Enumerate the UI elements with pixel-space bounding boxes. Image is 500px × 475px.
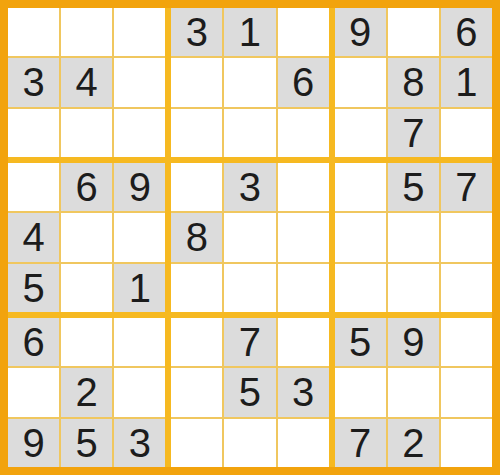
cell-r2c4[interactable]	[171, 58, 222, 106]
cell-r7c4[interactable]	[171, 318, 222, 366]
cell-r6c2[interactable]	[61, 264, 112, 312]
cell-r3c8: 7	[388, 109, 439, 157]
cell-r5c9[interactable]	[441, 213, 492, 261]
box-5: 38	[171, 163, 328, 312]
cell-r4c9: 7	[441, 163, 492, 211]
cell-r1c5: 1	[224, 8, 275, 56]
cell-r7c7: 5	[335, 318, 386, 366]
cell-r9c4[interactable]	[171, 419, 222, 467]
cell-r5c1: 4	[8, 213, 59, 261]
cell-r9c3: 3	[114, 419, 165, 467]
cell-r8c2: 2	[61, 368, 112, 416]
cell-r6c1: 5	[8, 264, 59, 312]
cell-r4c1[interactable]	[8, 163, 59, 211]
cell-r5c5[interactable]	[224, 213, 275, 261]
cell-r4c7[interactable]	[335, 163, 386, 211]
cell-r9c7: 7	[335, 419, 386, 467]
cell-r3c3[interactable]	[114, 109, 165, 157]
cell-r2c7[interactable]	[335, 58, 386, 106]
cell-r8c7[interactable]	[335, 368, 386, 416]
cell-r4c6[interactable]	[278, 163, 329, 211]
sudoku-board: 3431696817694513857629537535972	[0, 0, 500, 475]
box-7: 62953	[8, 318, 165, 467]
cell-r7c9[interactable]	[441, 318, 492, 366]
cell-r8c4[interactable]	[171, 368, 222, 416]
cell-r9c1: 9	[8, 419, 59, 467]
cell-r7c3[interactable]	[114, 318, 165, 366]
cell-r1c7: 9	[335, 8, 386, 56]
cell-r6c8[interactable]	[388, 264, 439, 312]
cell-r5c6[interactable]	[278, 213, 329, 261]
cell-r4c4[interactable]	[171, 163, 222, 211]
cell-r3c1[interactable]	[8, 109, 59, 157]
cell-r7c6[interactable]	[278, 318, 329, 366]
box-8: 753	[171, 318, 328, 467]
cell-r9c2: 5	[61, 419, 112, 467]
cell-r4c2: 6	[61, 163, 112, 211]
box-4: 69451	[8, 163, 165, 312]
cell-r6c6[interactable]	[278, 264, 329, 312]
cell-r5c2[interactable]	[61, 213, 112, 261]
cell-r1c1[interactable]	[8, 8, 59, 56]
cell-r2c2: 4	[61, 58, 112, 106]
cell-r2c5[interactable]	[224, 58, 275, 106]
cell-r8c8[interactable]	[388, 368, 439, 416]
cell-r6c5[interactable]	[224, 264, 275, 312]
cell-r2c9: 1	[441, 58, 492, 106]
cell-r5c7[interactable]	[335, 213, 386, 261]
cell-r5c3[interactable]	[114, 213, 165, 261]
cell-r1c2[interactable]	[61, 8, 112, 56]
box-1: 34	[8, 8, 165, 157]
box-3: 96817	[335, 8, 492, 157]
cell-r3c4[interactable]	[171, 109, 222, 157]
cell-r8c6: 3	[278, 368, 329, 416]
cell-r8c3[interactable]	[114, 368, 165, 416]
cell-r3c6[interactable]	[278, 109, 329, 157]
cell-r2c8: 8	[388, 58, 439, 106]
cell-r1c6[interactable]	[278, 8, 329, 56]
cell-r6c9[interactable]	[441, 264, 492, 312]
cell-r9c8: 2	[388, 419, 439, 467]
cell-r4c5: 3	[224, 163, 275, 211]
cell-r5c8[interactable]	[388, 213, 439, 261]
box-9: 5972	[335, 318, 492, 467]
cell-r1c8[interactable]	[388, 8, 439, 56]
cell-r1c4: 3	[171, 8, 222, 56]
cell-r3c7[interactable]	[335, 109, 386, 157]
cell-r4c3: 9	[114, 163, 165, 211]
cell-r1c9: 6	[441, 8, 492, 56]
cell-r3c5[interactable]	[224, 109, 275, 157]
cell-r8c9[interactable]	[441, 368, 492, 416]
cell-r9c5[interactable]	[224, 419, 275, 467]
cell-r7c2[interactable]	[61, 318, 112, 366]
cell-r9c9[interactable]	[441, 419, 492, 467]
cell-r6c7[interactable]	[335, 264, 386, 312]
cell-r2c3[interactable]	[114, 58, 165, 106]
cell-r9c6[interactable]	[278, 419, 329, 467]
cell-r3c2[interactable]	[61, 109, 112, 157]
cell-r7c8: 9	[388, 318, 439, 366]
cell-r7c1: 6	[8, 318, 59, 366]
cell-r8c5: 5	[224, 368, 275, 416]
box-6: 57	[335, 163, 492, 312]
box-2: 316	[171, 8, 328, 157]
cell-r1c3[interactable]	[114, 8, 165, 56]
cell-r4c8: 5	[388, 163, 439, 211]
cell-r2c6: 6	[278, 58, 329, 106]
cell-r5c4: 8	[171, 213, 222, 261]
cell-r6c3: 1	[114, 264, 165, 312]
cell-r6c4[interactable]	[171, 264, 222, 312]
cell-r7c5: 7	[224, 318, 275, 366]
cell-r8c1[interactable]	[8, 368, 59, 416]
cell-r2c1: 3	[8, 58, 59, 106]
cell-r3c9[interactable]	[441, 109, 492, 157]
